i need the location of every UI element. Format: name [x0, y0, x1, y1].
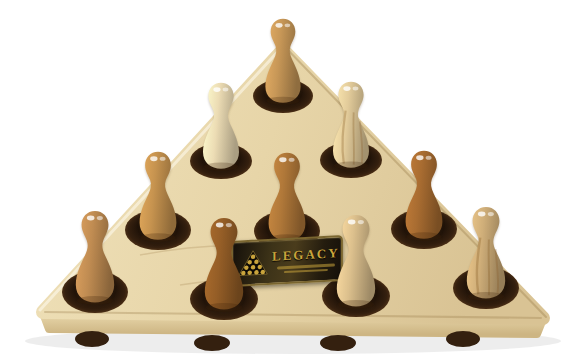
plaque-smalltext-line2	[284, 269, 328, 273]
foot	[446, 331, 480, 347]
foot	[320, 335, 356, 351]
peg-r1-1[interactable]	[255, 17, 311, 105]
peg-r4-4[interactable]	[454, 205, 518, 301]
peg-r2-1[interactable]	[192, 81, 250, 171]
foot	[75, 331, 109, 347]
peg-r4-2[interactable]	[192, 216, 256, 312]
peg-r3-1[interactable]	[128, 150, 188, 242]
peg-r2-2[interactable]	[322, 80, 380, 170]
peg-r3-3[interactable]	[394, 149, 454, 241]
peg-r4-1[interactable]	[63, 209, 127, 305]
foot	[194, 335, 230, 351]
peg-r4-3[interactable]	[324, 213, 388, 309]
peg-r3-2[interactable]	[257, 151, 317, 243]
peg-game-photo: LEGACY	[0, 0, 563, 361]
